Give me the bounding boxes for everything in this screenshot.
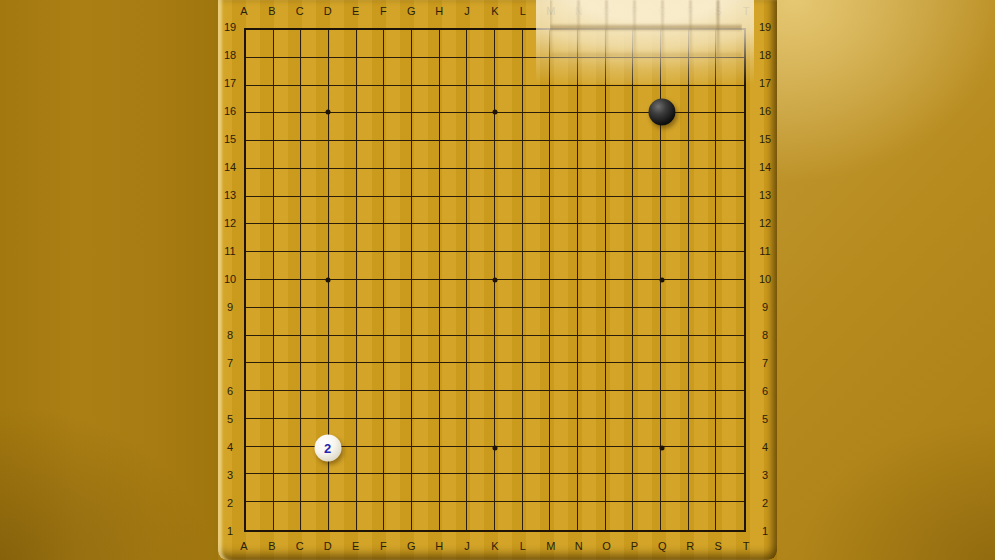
grid-cell[interactable] — [606, 363, 634, 391]
grid-cell[interactable] — [246, 141, 274, 169]
grid-cell[interactable] — [440, 447, 468, 475]
grid-cell[interactable] — [246, 169, 274, 197]
grid-cell[interactable] — [301, 391, 329, 419]
grid-cell[interactable] — [384, 197, 412, 225]
grid-cell[interactable] — [384, 86, 412, 114]
grid-cell[interactable] — [412, 363, 440, 391]
grid-cell[interactable] — [467, 502, 495, 530]
grid-cell[interactable] — [357, 30, 385, 58]
grid-cell[interactable] — [495, 474, 523, 502]
grid-cell[interactable] — [523, 280, 551, 308]
grid-cell[interactable] — [578, 252, 606, 280]
grid-cell[interactable] — [301, 336, 329, 364]
grid-cell[interactable] — [633, 474, 661, 502]
grid-cell[interactable] — [357, 224, 385, 252]
grid-cell[interactable] — [301, 197, 329, 225]
grid-cell[interactable] — [274, 86, 302, 114]
grid-cell[interactable] — [689, 308, 717, 336]
grid-cell[interactable] — [384, 391, 412, 419]
grid-cell[interactable] — [246, 419, 274, 447]
grid-cell[interactable] — [716, 502, 744, 530]
grid-cell[interactable] — [274, 419, 302, 447]
grid-cell[interactable] — [301, 169, 329, 197]
grid-cell[interactable] — [689, 30, 717, 58]
grid-cell[interactable] — [301, 113, 329, 141]
grid-cell[interactable] — [578, 280, 606, 308]
grid-cell[interactable] — [246, 391, 274, 419]
grid-cell[interactable] — [357, 252, 385, 280]
grid-cell[interactable] — [274, 336, 302, 364]
grid-cell[interactable] — [661, 474, 689, 502]
grid-cell[interactable] — [440, 141, 468, 169]
grid-cell[interactable] — [689, 141, 717, 169]
grid-cell[interactable] — [633, 447, 661, 475]
grid-cell[interactable] — [329, 30, 357, 58]
grid-cell[interactable] — [633, 224, 661, 252]
grid-cell[interactable] — [716, 252, 744, 280]
grid-cell[interactable] — [606, 113, 634, 141]
grid-cell[interactable] — [550, 363, 578, 391]
grid-cell[interactable] — [412, 391, 440, 419]
grid-cell[interactable] — [716, 30, 744, 58]
grid-cell[interactable] — [550, 308, 578, 336]
grid-cell[interactable] — [301, 86, 329, 114]
grid-cell[interactable] — [550, 86, 578, 114]
grid-cell[interactable] — [274, 141, 302, 169]
grid-cell[interactable] — [661, 363, 689, 391]
grid-cell[interactable] — [495, 419, 523, 447]
grid-cell[interactable] — [689, 363, 717, 391]
grid-cell[interactable] — [606, 308, 634, 336]
grid-cell[interactable] — [329, 474, 357, 502]
grid-cell[interactable] — [661, 336, 689, 364]
grid-cell[interactable] — [440, 363, 468, 391]
grid-cell[interactable] — [246, 336, 274, 364]
grid-cell[interactable] — [550, 58, 578, 86]
grid-cell[interactable] — [467, 30, 495, 58]
grid-cell[interactable] — [357, 447, 385, 475]
grid-cell[interactable] — [440, 197, 468, 225]
grid-cell[interactable] — [384, 224, 412, 252]
grid-cell[interactable] — [523, 58, 551, 86]
grid-cell[interactable] — [384, 363, 412, 391]
grid-cell[interactable] — [467, 419, 495, 447]
grid-cell[interactable] — [550, 336, 578, 364]
grid-cell[interactable] — [246, 224, 274, 252]
grid-cell[interactable] — [274, 502, 302, 530]
grid-cell[interactable] — [440, 308, 468, 336]
grid-cell[interactable] — [301, 252, 329, 280]
grid-cell[interactable] — [467, 86, 495, 114]
grid-cell[interactable] — [246, 30, 274, 58]
grid-cell[interactable] — [246, 474, 274, 502]
grid-cell[interactable] — [246, 197, 274, 225]
grid-cell[interactable] — [716, 141, 744, 169]
grid-cell[interactable] — [523, 113, 551, 141]
grid-cell[interactable] — [550, 252, 578, 280]
grid-cell[interactable] — [274, 224, 302, 252]
grid-cell[interactable] — [550, 280, 578, 308]
grid-cell[interactable] — [661, 58, 689, 86]
grid-cell[interactable] — [357, 363, 385, 391]
grid-cell[interactable] — [412, 58, 440, 86]
grid-cell[interactable] — [550, 419, 578, 447]
grid-cell[interactable] — [689, 113, 717, 141]
grid-cell[interactable] — [606, 252, 634, 280]
grid-cell[interactable] — [523, 141, 551, 169]
grid-cell[interactable] — [495, 30, 523, 58]
grid-cell[interactable] — [301, 141, 329, 169]
grid-cell[interactable] — [633, 502, 661, 530]
grid-cell[interactable] — [467, 280, 495, 308]
grid-cell[interactable] — [384, 141, 412, 169]
grid-cell[interactable] — [357, 474, 385, 502]
grid-cell[interactable] — [716, 336, 744, 364]
grid-cell[interactable] — [633, 280, 661, 308]
grid-cell[interactable] — [550, 169, 578, 197]
grid-cell[interactable] — [661, 447, 689, 475]
grid-cell[interactable] — [384, 113, 412, 141]
grid-cell[interactable] — [578, 474, 606, 502]
grid-cell[interactable] — [384, 30, 412, 58]
grid-cell[interactable] — [301, 474, 329, 502]
grid-cell[interactable] — [689, 447, 717, 475]
grid-cell[interactable] — [440, 336, 468, 364]
grid-cell[interactable] — [246, 86, 274, 114]
grid-cell[interactable] — [523, 169, 551, 197]
grid-cell[interactable] — [689, 252, 717, 280]
grid-cell[interactable] — [467, 58, 495, 86]
grid-cell[interactable] — [689, 58, 717, 86]
grid-cell[interactable] — [689, 419, 717, 447]
grid-cell[interactable] — [274, 447, 302, 475]
grid-cell[interactable] — [523, 502, 551, 530]
grid-cell[interactable] — [467, 197, 495, 225]
grid-cell[interactable] — [412, 252, 440, 280]
grid-cell[interactable] — [523, 86, 551, 114]
grid-cell[interactable] — [412, 474, 440, 502]
grid-cell[interactable] — [523, 391, 551, 419]
grid-cell[interactable] — [440, 391, 468, 419]
grid-cell[interactable] — [495, 336, 523, 364]
grid-cell[interactable] — [606, 86, 634, 114]
grid-cell[interactable] — [661, 252, 689, 280]
grid-cell[interactable] — [578, 141, 606, 169]
grid-cell[interactable] — [495, 391, 523, 419]
grid-cell[interactable] — [661, 419, 689, 447]
grid-cell[interactable] — [467, 252, 495, 280]
grid-cell[interactable] — [550, 141, 578, 169]
grid-cell[interactable] — [716, 391, 744, 419]
grid-cell[interactable] — [661, 197, 689, 225]
grid-cell[interactable] — [689, 336, 717, 364]
grid-cell[interactable] — [274, 197, 302, 225]
grid-cell[interactable] — [633, 58, 661, 86]
grid-cell[interactable] — [246, 58, 274, 86]
grid-cell[interactable] — [633, 308, 661, 336]
grid-cell[interactable] — [329, 252, 357, 280]
grid-cell[interactable] — [274, 58, 302, 86]
grid-cell[interactable] — [495, 502, 523, 530]
grid-cell[interactable] — [440, 58, 468, 86]
grid-cell[interactable] — [467, 336, 495, 364]
grid-cell[interactable] — [606, 169, 634, 197]
grid-cell[interactable] — [578, 391, 606, 419]
grid-cell[interactable] — [384, 252, 412, 280]
grid-cell[interactable] — [467, 169, 495, 197]
grid-cell[interactable] — [578, 169, 606, 197]
grid-cell[interactable] — [329, 197, 357, 225]
grid-cell[interactable] — [357, 502, 385, 530]
grid-cell[interactable] — [274, 391, 302, 419]
grid-cell[interactable] — [357, 141, 385, 169]
grid-cell[interactable] — [301, 224, 329, 252]
grid-cell[interactable] — [689, 224, 717, 252]
grid-cell[interactable] — [523, 336, 551, 364]
grid-cell[interactable] — [633, 141, 661, 169]
grid-cell[interactable] — [384, 58, 412, 86]
grid-cell[interactable] — [357, 58, 385, 86]
grid-cell[interactable] — [440, 474, 468, 502]
grid-cell[interactable] — [495, 363, 523, 391]
grid-cell[interactable] — [329, 58, 357, 86]
grid-cell[interactable] — [661, 308, 689, 336]
grid-cell[interactable] — [467, 474, 495, 502]
grid-cell[interactable] — [412, 30, 440, 58]
grid-cell[interactable] — [578, 363, 606, 391]
grid-cell[interactable] — [274, 30, 302, 58]
grid-cell[interactable] — [578, 224, 606, 252]
grid-cell[interactable] — [329, 224, 357, 252]
grid-cell[interactable] — [357, 113, 385, 141]
grid-cell[interactable] — [467, 224, 495, 252]
grid-cell[interactable] — [384, 502, 412, 530]
grid-cell[interactable] — [606, 30, 634, 58]
grid-cell[interactable] — [357, 280, 385, 308]
grid-cell[interactable] — [412, 113, 440, 141]
grid-cell[interactable] — [661, 502, 689, 530]
grid-cell[interactable] — [246, 502, 274, 530]
grid-cell[interactable] — [716, 197, 744, 225]
grid-cell[interactable] — [412, 224, 440, 252]
grid-cell[interactable] — [384, 336, 412, 364]
grid-cell[interactable] — [495, 86, 523, 114]
grid-cell[interactable] — [440, 419, 468, 447]
grid-cell[interactable] — [606, 197, 634, 225]
grid-cell[interactable] — [716, 308, 744, 336]
grid-cell[interactable] — [550, 502, 578, 530]
grid-cell[interactable] — [440, 502, 468, 530]
grid-cell[interactable] — [633, 336, 661, 364]
grid-cell[interactable] — [329, 502, 357, 530]
grid-cell[interactable] — [329, 280, 357, 308]
grid-cell[interactable] — [633, 169, 661, 197]
grid-cell[interactable] — [578, 113, 606, 141]
grid-cell[interactable] — [440, 86, 468, 114]
grid-cell[interactable] — [274, 308, 302, 336]
grid-cell[interactable] — [329, 391, 357, 419]
grid-cell[interactable] — [467, 141, 495, 169]
grid-cell[interactable] — [467, 113, 495, 141]
grid-cell[interactable] — [412, 502, 440, 530]
grid-cell[interactable] — [578, 419, 606, 447]
grid-cell[interactable] — [357, 169, 385, 197]
grid-cell[interactable] — [689, 280, 717, 308]
grid-cell[interactable] — [357, 86, 385, 114]
grid-cell[interactable] — [523, 30, 551, 58]
grid-cell[interactable] — [550, 224, 578, 252]
grid-cell[interactable] — [357, 419, 385, 447]
grid-cell[interactable] — [274, 113, 302, 141]
grid-cell[interactable] — [606, 336, 634, 364]
grid-cell[interactable] — [412, 197, 440, 225]
grid-cell[interactable] — [467, 308, 495, 336]
grid-cell[interactable] — [329, 86, 357, 114]
grid-cell[interactable] — [274, 169, 302, 197]
grid-cell[interactable] — [301, 502, 329, 530]
grid-cell[interactable] — [274, 474, 302, 502]
grid-cell[interactable] — [661, 391, 689, 419]
grid-cell[interactable] — [523, 419, 551, 447]
grid-cell[interactable] — [467, 447, 495, 475]
grid-cell[interactable] — [578, 336, 606, 364]
grid-cell[interactable] — [550, 30, 578, 58]
grid-cell[interactable] — [689, 86, 717, 114]
grid-cell[interactable] — [716, 474, 744, 502]
grid-cell[interactable] — [467, 363, 495, 391]
grid-cell[interactable] — [661, 169, 689, 197]
grid-cell[interactable] — [246, 252, 274, 280]
grid-cell[interactable] — [606, 391, 634, 419]
grid-cell[interactable] — [716, 113, 744, 141]
grid-cell[interactable] — [661, 280, 689, 308]
grid-cell[interactable] — [495, 169, 523, 197]
grid-cell[interactable] — [495, 447, 523, 475]
grid-cell[interactable] — [301, 280, 329, 308]
grid-cell[interactable] — [274, 280, 302, 308]
grid-cell[interactable] — [384, 308, 412, 336]
grid-cell[interactable] — [716, 363, 744, 391]
grid-cell[interactable] — [384, 474, 412, 502]
grid-cell[interactable] — [550, 391, 578, 419]
grid-cell[interactable] — [440, 30, 468, 58]
grid-cell[interactable] — [689, 391, 717, 419]
grid-cell[interactable] — [578, 197, 606, 225]
grid-cell[interactable] — [661, 224, 689, 252]
grid-cell[interactable] — [329, 336, 357, 364]
grid-cell[interactable] — [578, 502, 606, 530]
grid-cell[interactable] — [661, 30, 689, 58]
grid-cell[interactable] — [246, 280, 274, 308]
grid-cell[interactable] — [440, 169, 468, 197]
grid-cell[interactable] — [495, 58, 523, 86]
grid-cell[interactable] — [329, 169, 357, 197]
grid-cell[interactable] — [412, 169, 440, 197]
grid-cell[interactable] — [716, 447, 744, 475]
grid-cell[interactable] — [329, 363, 357, 391]
grid-cell[interactable] — [716, 224, 744, 252]
grid-cell[interactable] — [412, 86, 440, 114]
grid-cell[interactable] — [606, 419, 634, 447]
grid-cell[interactable] — [246, 447, 274, 475]
grid-cell[interactable] — [440, 280, 468, 308]
grid-cell[interactable] — [440, 113, 468, 141]
grid-cell[interactable] — [550, 447, 578, 475]
grid-cell[interactable] — [384, 419, 412, 447]
grid-cell[interactable] — [578, 30, 606, 58]
grid-cell[interactable] — [550, 197, 578, 225]
grid-cell[interactable] — [550, 113, 578, 141]
grid-cell[interactable] — [467, 391, 495, 419]
grid-cell[interactable] — [495, 308, 523, 336]
grid-cell[interactable] — [689, 474, 717, 502]
grid-cell[interactable] — [606, 474, 634, 502]
grid-cell[interactable] — [523, 474, 551, 502]
grid-cell[interactable] — [606, 280, 634, 308]
grid-cell[interactable] — [495, 141, 523, 169]
grid-cell[interactable] — [633, 197, 661, 225]
grid-cell[interactable] — [495, 113, 523, 141]
grid-cell[interactable] — [523, 447, 551, 475]
grid-cell[interactable] — [523, 363, 551, 391]
grid-cell[interactable] — [495, 252, 523, 280]
grid-cell[interactable] — [606, 58, 634, 86]
grid-cell[interactable] — [274, 363, 302, 391]
grid-cell[interactable] — [523, 252, 551, 280]
grid-cell[interactable] — [384, 280, 412, 308]
grid-cell[interactable] — [606, 224, 634, 252]
grid-cell[interactable] — [633, 252, 661, 280]
grid-cell[interactable] — [440, 252, 468, 280]
grid-cell[interactable] — [716, 280, 744, 308]
grid-cell[interactable] — [412, 419, 440, 447]
grid-cell[interactable] — [716, 86, 744, 114]
grid-cell[interactable] — [329, 141, 357, 169]
grid-cell[interactable] — [689, 502, 717, 530]
grid-cell[interactable] — [329, 113, 357, 141]
grid-cell[interactable] — [689, 169, 717, 197]
grid-cell[interactable] — [523, 224, 551, 252]
grid-cell[interactable] — [440, 224, 468, 252]
grid-cell[interactable] — [246, 363, 274, 391]
grid-cell[interactable] — [357, 336, 385, 364]
grid-cell[interactable] — [716, 169, 744, 197]
grid-cell[interactable] — [633, 363, 661, 391]
grid-cell[interactable] — [633, 419, 661, 447]
grid-cell[interactable] — [301, 363, 329, 391]
grid-cell[interactable] — [689, 197, 717, 225]
grid-cell[interactable] — [412, 336, 440, 364]
grid-cell[interactable] — [495, 224, 523, 252]
grid-cell[interactable] — [606, 141, 634, 169]
grid-cell[interactable] — [495, 197, 523, 225]
grid-cell[interactable] — [661, 141, 689, 169]
grid-cell[interactable] — [606, 447, 634, 475]
grid-cell[interactable] — [578, 308, 606, 336]
grid-cell[interactable] — [495, 280, 523, 308]
grid-cell[interactable] — [412, 308, 440, 336]
grid-cell[interactable] — [301, 30, 329, 58]
grid-cell[interactable] — [578, 86, 606, 114]
grid-cell[interactable] — [606, 502, 634, 530]
grid-cell[interactable] — [301, 308, 329, 336]
grid-cell[interactable] — [578, 447, 606, 475]
grid-cell[interactable] — [523, 308, 551, 336]
grid-cell[interactable] — [523, 197, 551, 225]
grid-cell[interactable] — [246, 113, 274, 141]
grid-cell[interactable] — [716, 419, 744, 447]
grid-cell[interactable] — [384, 169, 412, 197]
